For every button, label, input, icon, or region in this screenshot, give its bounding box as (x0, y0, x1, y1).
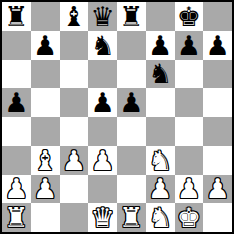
square-g7[interactable]: ♟ (175, 31, 204, 60)
square-c8[interactable]: ♝ (60, 2, 89, 31)
square-g5[interactable] (175, 88, 204, 117)
white-pawn-piece[interactable]: ♟ (206, 175, 230, 202)
white-knight-piece[interactable]: ♞ (148, 204, 172, 231)
square-e4[interactable] (117, 117, 146, 146)
square-a8[interactable]: ♜ (2, 2, 31, 31)
square-g8[interactable]: ♚ (175, 2, 204, 31)
square-h3[interactable] (203, 146, 232, 175)
black-pawn-piece[interactable]: ♟ (33, 32, 57, 59)
white-pawn-piece[interactable]: ♟ (4, 175, 28, 202)
square-e3[interactable] (117, 146, 146, 175)
white-rook-piece[interactable]: ♜ (4, 204, 28, 231)
square-h5[interactable] (203, 88, 232, 117)
square-b6[interactable] (31, 60, 60, 89)
square-c3[interactable]: ♟ (60, 146, 89, 175)
square-a4[interactable] (2, 117, 31, 146)
white-pawn-piece[interactable]: ♟ (33, 175, 57, 202)
square-b7[interactable]: ♟ (31, 31, 60, 60)
white-pawn-piece[interactable]: ♟ (148, 175, 172, 202)
square-h1[interactable] (203, 203, 232, 232)
white-pawn-piece[interactable]: ♟ (91, 147, 115, 174)
black-knight-piece[interactable]: ♞ (91, 32, 115, 59)
white-queen-piece[interactable]: ♛ (91, 204, 115, 231)
chess-board: ♜♝♛♜♚♟♞♟♟♟♞♟♟♟♝♟♟♞♟♟♟♟♟♜♛♜♞♚ (0, 0, 234, 234)
square-b5[interactable] (31, 88, 60, 117)
white-bishop-piece[interactable]: ♝ (33, 147, 57, 174)
black-bishop-piece[interactable]: ♝ (62, 3, 86, 30)
square-f6[interactable]: ♞ (146, 60, 175, 89)
square-f7[interactable]: ♟ (146, 31, 175, 60)
square-c6[interactable] (60, 60, 89, 89)
square-d2[interactable] (88, 175, 117, 204)
square-e6[interactable] (117, 60, 146, 89)
square-f3[interactable]: ♞ (146, 146, 175, 175)
square-h6[interactable] (203, 60, 232, 89)
square-a7[interactable] (2, 31, 31, 60)
square-b3[interactable]: ♝ (31, 146, 60, 175)
white-pawn-piece[interactable]: ♟ (177, 175, 201, 202)
square-g4[interactable] (175, 117, 204, 146)
square-d8[interactable]: ♛ (88, 2, 117, 31)
chess-diagram: ♜♝♛♜♚♟♞♟♟♟♞♟♟♟♝♟♟♞♟♟♟♟♟♜♛♜♞♚ (0, 0, 234, 234)
square-d4[interactable] (88, 117, 117, 146)
square-b2[interactable]: ♟ (31, 175, 60, 204)
square-a5[interactable]: ♟ (2, 88, 31, 117)
square-f1[interactable]: ♞ (146, 203, 175, 232)
black-pawn-piece[interactable]: ♟ (148, 32, 172, 59)
square-e2[interactable] (117, 175, 146, 204)
white-pawn-piece[interactable]: ♟ (62, 147, 86, 174)
square-e5[interactable]: ♟ (117, 88, 146, 117)
square-c4[interactable] (60, 117, 89, 146)
square-a1[interactable]: ♜ (2, 203, 31, 232)
square-d1[interactable]: ♛ (88, 203, 117, 232)
square-c7[interactable] (60, 31, 89, 60)
square-d6[interactable] (88, 60, 117, 89)
square-f2[interactable]: ♟ (146, 175, 175, 204)
square-h4[interactable] (203, 117, 232, 146)
square-e7[interactable] (117, 31, 146, 60)
black-pawn-piece[interactable]: ♟ (4, 89, 28, 116)
white-knight-piece[interactable]: ♞ (148, 147, 172, 174)
square-f5[interactable] (146, 88, 175, 117)
square-c5[interactable] (60, 88, 89, 117)
square-h2[interactable]: ♟ (203, 175, 232, 204)
black-pawn-piece[interactable]: ♟ (177, 32, 201, 59)
black-rook-piece[interactable]: ♜ (4, 3, 28, 30)
square-g3[interactable] (175, 146, 204, 175)
square-b1[interactable] (31, 203, 60, 232)
white-king-piece[interactable]: ♚ (177, 204, 201, 231)
black-king-piece[interactable]: ♚ (177, 3, 201, 30)
square-h8[interactable] (203, 2, 232, 31)
black-queen-piece[interactable]: ♛ (91, 3, 115, 30)
black-pawn-piece[interactable]: ♟ (119, 89, 143, 116)
black-knight-piece[interactable]: ♞ (148, 60, 172, 87)
square-a3[interactable] (2, 146, 31, 175)
black-pawn-piece[interactable]: ♟ (206, 32, 230, 59)
square-e8[interactable]: ♜ (117, 2, 146, 31)
square-c1[interactable] (60, 203, 89, 232)
square-a2[interactable]: ♟ (2, 175, 31, 204)
square-g6[interactable] (175, 60, 204, 89)
square-d3[interactable]: ♟ (88, 146, 117, 175)
black-pawn-piece[interactable]: ♟ (91, 89, 115, 116)
square-g1[interactable]: ♚ (175, 203, 204, 232)
square-e1[interactable]: ♜ (117, 203, 146, 232)
square-b4[interactable] (31, 117, 60, 146)
square-d7[interactable]: ♞ (88, 31, 117, 60)
square-c2[interactable] (60, 175, 89, 204)
black-rook-piece[interactable]: ♜ (119, 3, 143, 30)
square-f4[interactable] (146, 117, 175, 146)
square-b8[interactable] (31, 2, 60, 31)
square-a6[interactable] (2, 60, 31, 89)
square-f8[interactable] (146, 2, 175, 31)
square-g2[interactable]: ♟ (175, 175, 204, 204)
square-d5[interactable]: ♟ (88, 88, 117, 117)
square-h7[interactable]: ♟ (203, 31, 232, 60)
white-rook-piece[interactable]: ♜ (119, 204, 143, 231)
